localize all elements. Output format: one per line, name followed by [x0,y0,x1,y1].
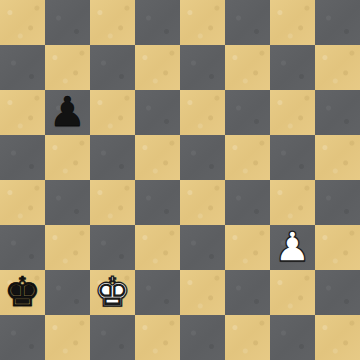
square-d7[interactable] [135,45,180,90]
square-a4[interactable] [0,180,45,225]
square-b2[interactable] [45,270,90,315]
square-e7[interactable] [180,45,225,90]
square-f7[interactable] [225,45,270,90]
square-b8[interactable] [45,0,90,45]
square-e4[interactable] [180,180,225,225]
square-a2[interactable]: ♚ [0,270,45,315]
square-f6[interactable] [225,90,270,135]
square-h1[interactable] [315,315,360,360]
square-a1[interactable] [0,315,45,360]
square-h4[interactable] [315,180,360,225]
square-h8[interactable] [315,0,360,45]
square-b5[interactable] [45,135,90,180]
square-e8[interactable] [180,0,225,45]
square-h3[interactable] [315,225,360,270]
square-e5[interactable] [180,135,225,180]
square-e1[interactable] [180,315,225,360]
square-d2[interactable] [135,270,180,315]
square-c6[interactable] [90,90,135,135]
square-c5[interactable] [90,135,135,180]
square-b6[interactable]: ♟ [45,90,90,135]
square-g7[interactable] [270,45,315,90]
square-e6[interactable] [180,90,225,135]
square-b4[interactable] [45,180,90,225]
black-pawn-piece[interactable]: ♟ [45,90,90,135]
square-h2[interactable] [315,270,360,315]
square-f5[interactable] [225,135,270,180]
square-h5[interactable] [315,135,360,180]
chess-board: ♟♟♚♚ [0,0,360,360]
square-h7[interactable] [315,45,360,90]
square-g2[interactable] [270,270,315,315]
square-f2[interactable] [225,270,270,315]
square-d6[interactable] [135,90,180,135]
square-g3[interactable]: ♟ [270,225,315,270]
square-a7[interactable] [0,45,45,90]
square-d8[interactable] [135,0,180,45]
square-c8[interactable] [90,0,135,45]
square-f1[interactable] [225,315,270,360]
square-c4[interactable] [90,180,135,225]
square-g1[interactable] [270,315,315,360]
black-king-piece[interactable]: ♚ [0,270,45,315]
square-b7[interactable] [45,45,90,90]
square-f4[interactable] [225,180,270,225]
square-a6[interactable] [0,90,45,135]
square-d3[interactable] [135,225,180,270]
square-a8[interactable] [0,0,45,45]
square-g8[interactable] [270,0,315,45]
square-c2[interactable]: ♚ [90,270,135,315]
square-c3[interactable] [90,225,135,270]
square-d1[interactable] [135,315,180,360]
square-b3[interactable] [45,225,90,270]
square-a5[interactable] [0,135,45,180]
square-f8[interactable] [225,0,270,45]
square-g5[interactable] [270,135,315,180]
square-d5[interactable] [135,135,180,180]
square-c1[interactable] [90,315,135,360]
square-g4[interactable] [270,180,315,225]
square-e3[interactable] [180,225,225,270]
square-e2[interactable] [180,270,225,315]
white-king-piece[interactable]: ♚ [90,270,135,315]
square-a3[interactable] [0,225,45,270]
square-b1[interactable] [45,315,90,360]
white-pawn-piece[interactable]: ♟ [270,225,315,270]
square-g6[interactable] [270,90,315,135]
square-h6[interactable] [315,90,360,135]
square-c7[interactable] [90,45,135,90]
square-d4[interactable] [135,180,180,225]
square-f3[interactable] [225,225,270,270]
